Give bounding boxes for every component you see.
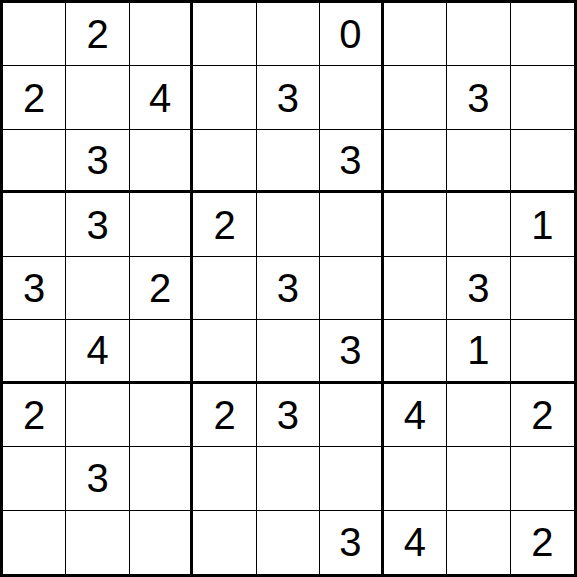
cell-r7c5-clue: 3 bbox=[257, 384, 320, 447]
cell-r6c5-empty[interactable] bbox=[257, 320, 320, 383]
cell-r5c6-empty[interactable] bbox=[320, 257, 383, 320]
cell-r1c9-empty[interactable] bbox=[511, 3, 574, 66]
cell-r8c8-empty[interactable] bbox=[447, 447, 510, 510]
cell-r9c2-empty[interactable] bbox=[66, 511, 129, 574]
cell-r1c2-clue: 2 bbox=[66, 3, 129, 66]
cell-r7c4-clue: 2 bbox=[193, 384, 256, 447]
cell-r3c4-empty[interactable] bbox=[193, 130, 256, 193]
cell-r4c3-empty[interactable] bbox=[130, 193, 193, 256]
cell-r2c3-clue: 4 bbox=[130, 66, 193, 129]
cell-r9c8-empty[interactable] bbox=[447, 511, 510, 574]
cell-r2c6-empty[interactable] bbox=[320, 66, 383, 129]
cell-r1c4-empty[interactable] bbox=[193, 3, 256, 66]
cell-r8c7-empty[interactable] bbox=[384, 447, 447, 510]
cell-r4c2-clue: 3 bbox=[66, 193, 129, 256]
cell-r5c8-clue: 3 bbox=[447, 257, 510, 320]
cell-r6c6-clue: 3 bbox=[320, 320, 383, 383]
cell-r5c3-clue: 2 bbox=[130, 257, 193, 320]
cell-r1c3-empty[interactable] bbox=[130, 3, 193, 66]
cell-r3c6-clue: 3 bbox=[320, 130, 383, 193]
cell-r3c2-clue: 3 bbox=[66, 130, 129, 193]
cell-r2c4-empty[interactable] bbox=[193, 66, 256, 129]
cell-r2c5-clue: 3 bbox=[257, 66, 320, 129]
cell-r1c1-empty[interactable] bbox=[3, 3, 66, 66]
cell-r4c7-empty[interactable] bbox=[384, 193, 447, 256]
cell-r2c9-empty[interactable] bbox=[511, 66, 574, 129]
cell-r8c9-empty[interactable] bbox=[511, 447, 574, 510]
cell-r2c8-clue: 3 bbox=[447, 66, 510, 129]
cell-r2c2-empty[interactable] bbox=[66, 66, 129, 129]
puzzle-board: 202433333213233431223423342 bbox=[0, 0, 577, 577]
cell-r7c3-empty[interactable] bbox=[130, 384, 193, 447]
cell-r5c2-empty[interactable] bbox=[66, 257, 129, 320]
cell-r2c1-clue: 2 bbox=[3, 66, 66, 129]
cell-r5c5-clue: 3 bbox=[257, 257, 320, 320]
cell-r7c6-empty[interactable] bbox=[320, 384, 383, 447]
cell-r3c7-empty[interactable] bbox=[384, 130, 447, 193]
cell-r4c6-empty[interactable] bbox=[320, 193, 383, 256]
cell-r3c3-empty[interactable] bbox=[130, 130, 193, 193]
cell-r6c4-empty[interactable] bbox=[193, 320, 256, 383]
cell-r1c6-clue: 0 bbox=[320, 3, 383, 66]
cell-r9c6-clue: 3 bbox=[320, 511, 383, 574]
cell-r6c7-empty[interactable] bbox=[384, 320, 447, 383]
cell-r6c1-empty[interactable] bbox=[3, 320, 66, 383]
cell-r7c1-clue: 2 bbox=[3, 384, 66, 447]
cell-r7c7-clue: 4 bbox=[384, 384, 447, 447]
cell-r6c8-clue: 1 bbox=[447, 320, 510, 383]
cell-r8c1-empty[interactable] bbox=[3, 447, 66, 510]
cell-r5c7-empty[interactable] bbox=[384, 257, 447, 320]
cell-r8c6-empty[interactable] bbox=[320, 447, 383, 510]
cell-r7c8-empty[interactable] bbox=[447, 384, 510, 447]
cell-r3c5-empty[interactable] bbox=[257, 130, 320, 193]
cell-r9c4-empty[interactable] bbox=[193, 511, 256, 574]
cell-r6c3-empty[interactable] bbox=[130, 320, 193, 383]
cell-r3c9-empty[interactable] bbox=[511, 130, 574, 193]
cell-r8c5-empty[interactable] bbox=[257, 447, 320, 510]
cell-r2c7-empty[interactable] bbox=[384, 66, 447, 129]
cell-r9c7-clue: 4 bbox=[384, 511, 447, 574]
cell-r8c4-empty[interactable] bbox=[193, 447, 256, 510]
cell-r4c5-empty[interactable] bbox=[257, 193, 320, 256]
cell-r4c9-clue: 1 bbox=[511, 193, 574, 256]
cell-r8c3-empty[interactable] bbox=[130, 447, 193, 510]
cell-r6c9-empty[interactable] bbox=[511, 320, 574, 383]
cell-r3c8-empty[interactable] bbox=[447, 130, 510, 193]
cell-r5c4-empty[interactable] bbox=[193, 257, 256, 320]
cell-r9c1-empty[interactable] bbox=[3, 511, 66, 574]
cell-r9c9-clue: 2 bbox=[511, 511, 574, 574]
cell-r7c9-clue: 2 bbox=[511, 384, 574, 447]
cell-r3c1-empty[interactable] bbox=[3, 130, 66, 193]
cell-r9c5-empty[interactable] bbox=[257, 511, 320, 574]
cell-r4c8-empty[interactable] bbox=[447, 193, 510, 256]
cell-r1c7-empty[interactable] bbox=[384, 3, 447, 66]
cell-r5c9-empty[interactable] bbox=[511, 257, 574, 320]
cell-r9c3-empty[interactable] bbox=[130, 511, 193, 574]
cell-r8c2-clue: 3 bbox=[66, 447, 129, 510]
cell-r7c2-empty[interactable] bbox=[66, 384, 129, 447]
cell-r6c2-clue: 4 bbox=[66, 320, 129, 383]
cell-r5c1-clue: 3 bbox=[3, 257, 66, 320]
cell-r1c8-empty[interactable] bbox=[447, 3, 510, 66]
cell-r4c4-clue: 2 bbox=[193, 193, 256, 256]
cell-r4c1-empty[interactable] bbox=[3, 193, 66, 256]
cell-r1c5-empty[interactable] bbox=[257, 3, 320, 66]
